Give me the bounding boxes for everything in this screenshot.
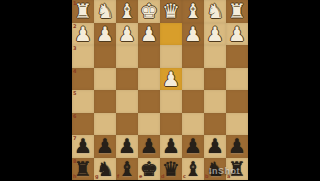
square-c1[interactable]: ♝ <box>182 0 204 23</box>
square-d2[interactable] <box>160 23 182 46</box>
square-g1[interactable]: ♞ <box>94 0 116 23</box>
rank-label-2: 2 <box>73 24 76 29</box>
white-pawn-f2: ♟ <box>118 24 136 44</box>
black-pawn-d7: ♟ <box>162 136 180 156</box>
square-f7[interactable]: ♟ <box>116 135 138 158</box>
white-pawn-h2: ♟ <box>74 24 92 44</box>
square-e2[interactable]: ♟ <box>138 23 160 46</box>
square-f4[interactable] <box>116 68 138 91</box>
white-pawn-c2: ♟ <box>184 24 202 44</box>
white-pawn-b2: ♟ <box>206 24 224 44</box>
white-queen-d1: ♛ <box>162 1 180 21</box>
square-c6[interactable] <box>182 113 204 136</box>
black-pawn-a7: ♟ <box>228 136 246 156</box>
square-a1[interactable]: ♜ <box>226 0 248 23</box>
rank-label-7: 7 <box>73 136 76 141</box>
file-label-d: d <box>161 174 165 179</box>
white-knight-g1: ♞ <box>96 1 114 21</box>
square-b3[interactable] <box>204 45 226 68</box>
square-e4[interactable] <box>138 68 160 91</box>
square-g3[interactable] <box>94 45 116 68</box>
square-g2[interactable]: ♟ <box>94 23 116 46</box>
square-d8[interactable]: d♛ <box>160 158 182 181</box>
black-king-e8: ♚ <box>140 159 158 179</box>
black-pawn-h7: ♟ <box>74 136 92 156</box>
square-b7[interactable]: ♟ <box>204 135 226 158</box>
square-b6[interactable] <box>204 113 226 136</box>
square-d7[interactable]: ♟ <box>160 135 182 158</box>
file-label-c: c <box>183 174 186 179</box>
square-g7[interactable]: ♟ <box>94 135 116 158</box>
letterbox-right <box>248 0 320 180</box>
black-pawn-c7: ♟ <box>184 136 202 156</box>
file-label-e: e <box>139 174 142 179</box>
black-bishop-f8: ♝ <box>118 159 136 179</box>
square-f8[interactable]: f♝ <box>116 158 138 181</box>
square-d4[interactable]: ♟ <box>160 68 182 91</box>
square-a2[interactable]: ♟ <box>226 23 248 46</box>
square-h4[interactable]: 4 <box>72 68 94 91</box>
square-e6[interactable] <box>138 113 160 136</box>
square-a6[interactable] <box>226 113 248 136</box>
white-knight-b1: ♞ <box>206 1 224 21</box>
chess-board: 1♜♞♝♚♛♝♞♜2♟♟♟♟♟♟♟34♟567♟♟♟♟♟♟♟♟8h♜g♞f♝e♚… <box>72 0 248 180</box>
rank-label-6: 6 <box>73 114 76 119</box>
square-b2[interactable]: ♟ <box>204 23 226 46</box>
square-b1[interactable]: ♞ <box>204 0 226 23</box>
letterbox-left <box>0 0 72 180</box>
square-c5[interactable] <box>182 90 204 113</box>
file-label-g: g <box>95 174 99 179</box>
square-d5[interactable] <box>160 90 182 113</box>
square-g6[interactable] <box>94 113 116 136</box>
black-queen-d8: ♛ <box>162 159 180 179</box>
square-h6[interactable]: 6 <box>72 113 94 136</box>
rank-label-3: 3 <box>73 46 76 51</box>
square-a3[interactable] <box>226 45 248 68</box>
square-c7[interactable]: ♟ <box>182 135 204 158</box>
black-pawn-f7: ♟ <box>118 136 136 156</box>
square-g4[interactable] <box>94 68 116 91</box>
white-bishop-f1: ♝ <box>118 1 136 21</box>
square-a4[interactable] <box>226 68 248 91</box>
black-pawn-e7: ♟ <box>140 136 158 156</box>
square-h3[interactable]: 3 <box>72 45 94 68</box>
square-a5[interactable] <box>226 90 248 113</box>
rank-label-1: 1 <box>73 1 76 6</box>
square-f5[interactable] <box>116 90 138 113</box>
white-bishop-c1: ♝ <box>184 1 202 21</box>
black-pawn-g7: ♟ <box>96 136 114 156</box>
white-king-e1: ♚ <box>140 1 158 21</box>
square-h2[interactable]: 2♟ <box>72 23 94 46</box>
square-e8[interactable]: e♚ <box>138 158 160 181</box>
video-frame: 1♜♞♝♚♛♝♞♜2♟♟♟♟♟♟♟34♟567♟♟♟♟♟♟♟♟8h♜g♞f♝e♚… <box>0 0 320 180</box>
white-pawn-e2: ♟ <box>140 24 158 44</box>
black-rook-h8: ♜ <box>74 159 92 179</box>
rank-label-8: 8 <box>73 159 76 164</box>
rank-label-4: 4 <box>73 69 76 74</box>
square-c8[interactable]: c♝ <box>182 158 204 181</box>
square-e7[interactable]: ♟ <box>138 135 160 158</box>
square-d1[interactable]: ♛ <box>160 0 182 23</box>
square-f3[interactable] <box>116 45 138 68</box>
square-f1[interactable]: ♝ <box>116 0 138 23</box>
black-pawn-b7: ♟ <box>206 136 224 156</box>
square-g8[interactable]: g♞ <box>94 158 116 181</box>
square-c3[interactable] <box>182 45 204 68</box>
black-bishop-c8: ♝ <box>184 159 202 179</box>
file-label-f: f <box>117 174 119 179</box>
square-b5[interactable] <box>204 90 226 113</box>
square-c2[interactable]: ♟ <box>182 23 204 46</box>
square-e5[interactable] <box>138 90 160 113</box>
rank-label-5: 5 <box>73 91 76 96</box>
white-pawn-d4: ♟ <box>162 69 180 89</box>
file-label-h: h <box>73 174 77 179</box>
inshot-watermark: InShot <box>209 166 240 176</box>
black-knight-g8: ♞ <box>96 159 114 179</box>
square-e1[interactable]: ♚ <box>138 0 160 23</box>
square-h8[interactable]: 8h♜ <box>72 158 94 181</box>
square-f2[interactable]: ♟ <box>116 23 138 46</box>
square-h5[interactable]: 5 <box>72 90 94 113</box>
square-d3[interactable] <box>160 45 182 68</box>
square-h7[interactable]: 7♟ <box>72 135 94 158</box>
square-b4[interactable] <box>204 68 226 91</box>
square-f6[interactable] <box>116 113 138 136</box>
square-g5[interactable] <box>94 90 116 113</box>
square-e3[interactable] <box>138 45 160 68</box>
white-rook-a1: ♜ <box>228 1 246 21</box>
square-a7[interactable]: ♟ <box>226 135 248 158</box>
square-d6[interactable] <box>160 113 182 136</box>
square-c4[interactable] <box>182 68 204 91</box>
white-rook-h1: ♜ <box>74 1 92 21</box>
white-pawn-a2: ♟ <box>228 24 246 44</box>
white-pawn-g2: ♟ <box>96 24 114 44</box>
square-h1[interactable]: 1♜ <box>72 0 94 23</box>
